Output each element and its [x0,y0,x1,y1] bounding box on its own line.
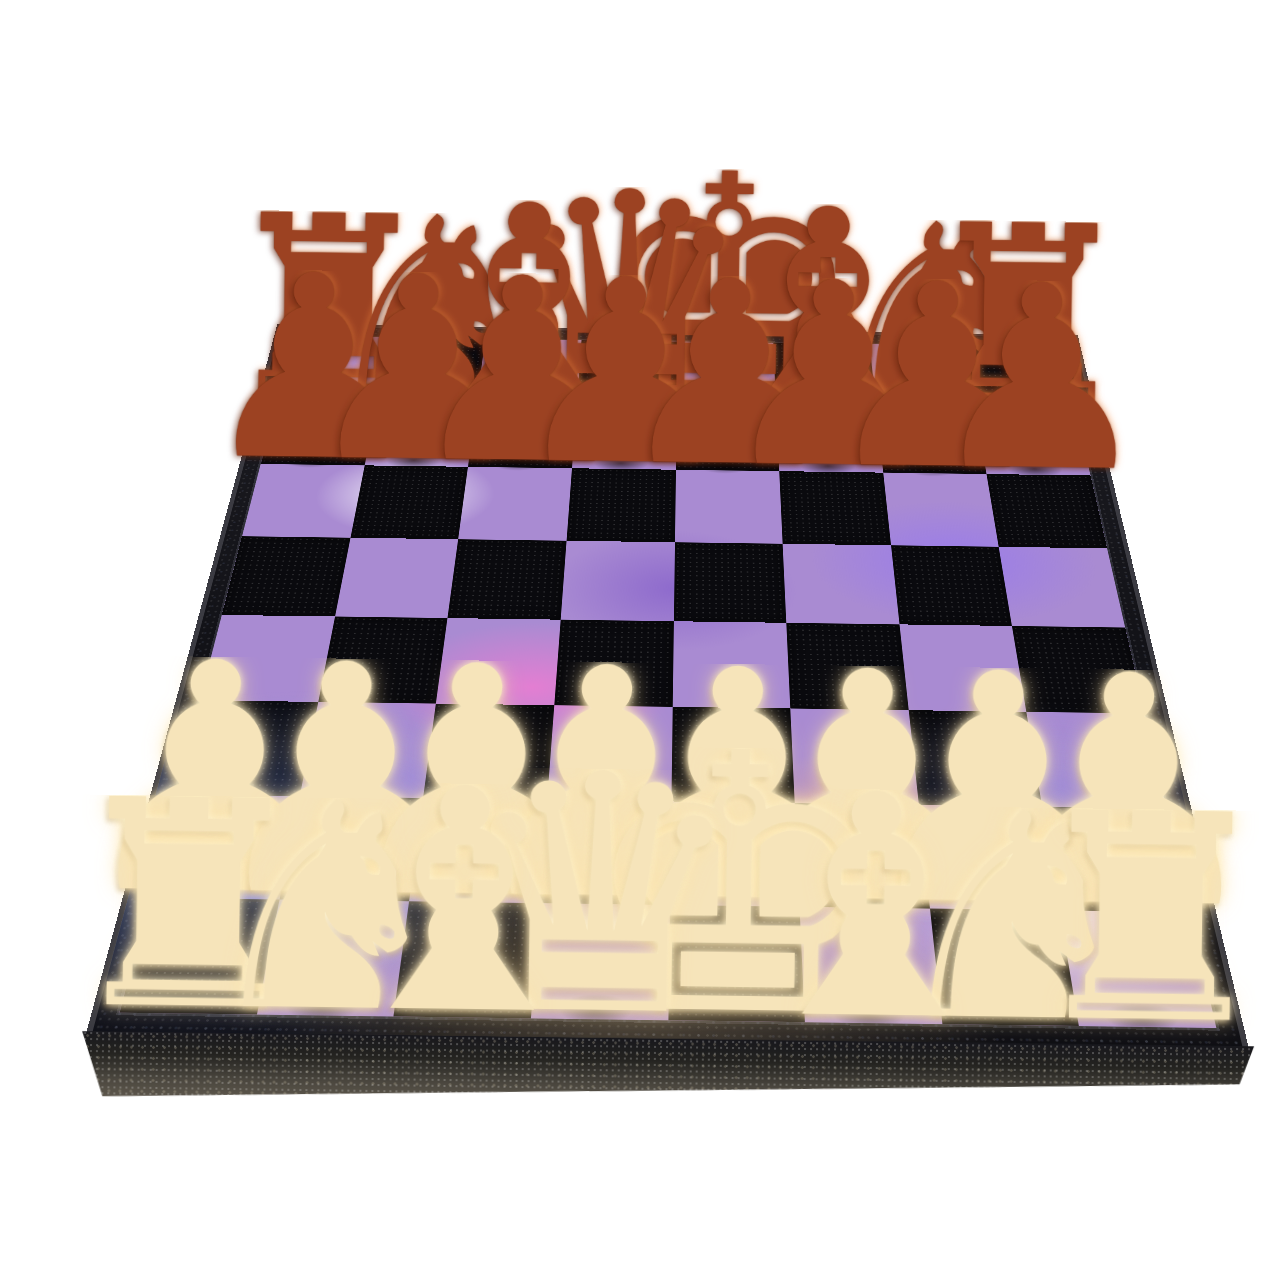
square-c6[interactable] [458,467,572,541]
square-g6[interactable] [883,473,999,547]
square-a6[interactable] [242,464,364,538]
white-bishop[interactable]: ♝ [736,787,1015,1030]
white-rook[interactable]: ♜ [1021,808,1280,1034]
square-d6[interactable] [566,468,675,542]
square-h6[interactable] [987,474,1107,548]
chessboard-grid: ♜♞♝♛♚♝♞♜♟♟♟♟♟♟♟♟♟♟♟♟♟♟♟♟♜♞♝♛♚♝♞♜ [119,336,1216,1028]
square-f1[interactable]: ♝ [800,907,942,1024]
square-h1[interactable]: ♜ [1060,911,1216,1028]
board-slab-surface: ♜♞♝♛♚♝♞♜♟♟♟♟♟♟♟♟♟♟♟♟♟♟♟♟♜♞♝♛♚♝♞♜ [85,324,1250,1053]
chess-board: ♜♞♝♛♚♝♞♜♟♟♟♟♟♟♟♟♟♟♟♟♟♟♟♟♜♞♝♛♚♝♞♜ [0,0,1280,1280]
square-c1[interactable]: ♝ [394,902,540,1019]
square-e6[interactable] [675,470,783,544]
photo-background: ♜♞♝♛♚♝♞♜♟♟♟♟♟♟♟♟♟♟♟♟♟♟♟♟♜♞♝♛♚♝♞♜ [0,0,1280,1280]
square-b6[interactable] [350,465,468,539]
square-h7[interactable]: ♟ [976,407,1091,475]
square-f6[interactable] [779,471,890,545]
white-bishop[interactable]: ♝ [324,781,603,1024]
black-pawn[interactable]: ♟ [926,279,1156,480]
